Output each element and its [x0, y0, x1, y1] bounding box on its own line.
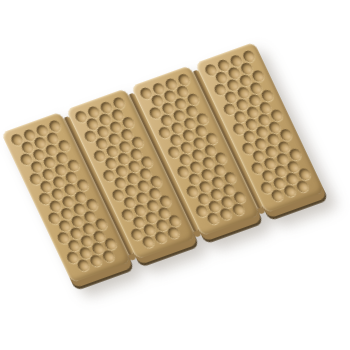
foam-dimple	[176, 73, 191, 87]
foam-dimple	[283, 184, 298, 198]
foam-dimple	[121, 115, 136, 129]
foam-dimple	[205, 212, 220, 226]
foam-dimple	[195, 112, 210, 126]
foam-dimple	[260, 89, 275, 103]
foam-dimple	[56, 139, 71, 153]
foam-dimple	[270, 188, 285, 202]
foam-dimple	[101, 249, 116, 263]
foam-dimple	[250, 69, 265, 83]
foam-dimple	[186, 92, 201, 106]
foam-dimple	[88, 254, 103, 268]
foam-dimple	[93, 217, 108, 231]
foam-dimple	[295, 179, 310, 193]
foam-dimple	[158, 194, 173, 208]
foam-dimple	[66, 158, 81, 172]
foam-dimple	[278, 128, 293, 142]
foam-dimple	[269, 108, 284, 122]
foam-dimple	[47, 119, 62, 133]
foam-dimple	[232, 190, 247, 204]
foam-dimple	[214, 151, 229, 165]
foam-dimple	[149, 174, 164, 188]
foam-dimple	[166, 226, 181, 240]
foam-dimple	[231, 203, 246, 217]
foam-dimple	[84, 198, 99, 212]
foam-dimple	[223, 171, 238, 185]
foam-dimple	[112, 96, 127, 110]
folding-seat-pad	[1, 42, 325, 283]
foam-dimple	[297, 167, 312, 181]
foam-dimple	[140, 235, 155, 249]
foam-dimple	[288, 147, 303, 161]
foam-dimple	[204, 131, 219, 145]
foam-dimple	[218, 207, 233, 221]
foam-dimple	[241, 49, 256, 63]
foam-dimple	[76, 258, 91, 272]
foam-dimple	[75, 178, 90, 192]
foam-dimple	[153, 230, 168, 244]
foam-dimple	[167, 214, 182, 228]
foam-dimple	[140, 155, 155, 169]
product-photo-scene	[0, 0, 350, 350]
foam-dimple	[103, 237, 118, 251]
foam-dimple	[130, 135, 145, 149]
